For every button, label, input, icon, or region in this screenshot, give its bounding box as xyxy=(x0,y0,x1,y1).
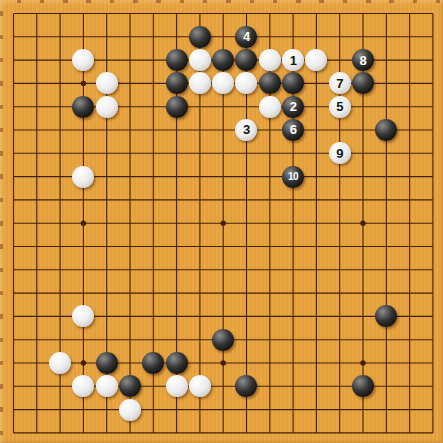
black-stone xyxy=(375,305,397,327)
top-edge-mark xyxy=(110,0,115,3)
move-3-stone-white: 3 xyxy=(235,119,257,141)
white-stone xyxy=(259,96,281,118)
top-edge-mark xyxy=(86,0,91,3)
move-number-label: 4 xyxy=(243,30,250,43)
go-board[interactable]: 41872536910 xyxy=(0,0,443,443)
white-stone xyxy=(305,49,327,71)
white-stone xyxy=(72,49,94,71)
top-edge-mark xyxy=(203,0,208,3)
left-edge-mark xyxy=(0,58,3,63)
top-edge-mark xyxy=(17,0,22,3)
black-stone xyxy=(259,72,281,94)
black-stone xyxy=(166,72,188,94)
top-edge-mark xyxy=(133,0,138,3)
top-edge-mark xyxy=(273,0,278,3)
left-edge-mark xyxy=(0,198,3,203)
left-edge-mark xyxy=(0,431,3,436)
black-stone xyxy=(72,96,94,118)
black-stone xyxy=(142,352,164,374)
left-edge-mark xyxy=(0,384,3,389)
move-number-label: 5 xyxy=(336,100,343,113)
left-edge-mark xyxy=(0,407,3,412)
white-stone xyxy=(189,375,211,397)
top-edge-mark xyxy=(413,0,418,3)
white-stone xyxy=(72,375,94,397)
top-edge-mark xyxy=(226,0,231,3)
top-edge-mark xyxy=(319,0,324,3)
white-stone xyxy=(96,72,118,94)
left-edge-mark xyxy=(0,81,3,86)
white-stone xyxy=(49,352,71,374)
move-number-label: 7 xyxy=(336,77,343,90)
top-edge-mark xyxy=(436,0,441,3)
black-stone xyxy=(96,352,118,374)
left-edge-mark xyxy=(0,221,3,226)
black-stone xyxy=(235,375,257,397)
white-stone xyxy=(96,375,118,397)
top-edge-mark xyxy=(63,0,68,3)
move-6-stone-black: 6 xyxy=(282,119,304,141)
left-edge-mark xyxy=(0,314,3,319)
move-number-label: 10 xyxy=(288,172,298,182)
white-stone xyxy=(189,72,211,94)
top-edge-mark xyxy=(389,0,394,3)
white-stone xyxy=(72,305,94,327)
white-stone xyxy=(119,399,141,421)
left-edge-mark xyxy=(0,174,3,179)
white-stone xyxy=(259,49,281,71)
left-edge-mark xyxy=(0,128,3,133)
move-4-stone-black: 4 xyxy=(235,26,257,48)
left-edge-mark xyxy=(0,268,3,273)
left-edge-mark xyxy=(0,244,3,249)
white-stone xyxy=(166,375,188,397)
move-2-stone-black: 2 xyxy=(282,96,304,118)
black-stone xyxy=(166,352,188,374)
move-number-label: 8 xyxy=(360,54,367,67)
black-stone xyxy=(352,72,374,94)
white-stone xyxy=(235,72,257,94)
left-edge-mark xyxy=(0,11,3,16)
move-number-label: 2 xyxy=(290,100,297,113)
move-number-label: 1 xyxy=(290,54,297,67)
black-stone xyxy=(166,96,188,118)
white-stone xyxy=(72,166,94,188)
move-1-stone-white: 1 xyxy=(282,49,304,71)
move-8-stone-black: 8 xyxy=(352,49,374,71)
left-edge-mark xyxy=(0,105,3,110)
black-stone xyxy=(375,119,397,141)
black-stone xyxy=(119,375,141,397)
top-edge-mark xyxy=(180,0,185,3)
left-edge-mark xyxy=(0,151,3,156)
top-edge-mark xyxy=(296,0,301,3)
white-stone xyxy=(189,49,211,71)
top-edge-mark xyxy=(156,0,161,3)
left-edge-mark xyxy=(0,338,3,343)
top-edge-mark xyxy=(40,0,45,3)
black-stone xyxy=(212,49,234,71)
left-edge-mark xyxy=(0,361,3,366)
stones-layer: 41872536910 xyxy=(2,2,443,443)
move-5-stone-white: 5 xyxy=(329,96,351,118)
move-10-stone-black: 10 xyxy=(282,166,304,188)
move-number-label: 6 xyxy=(290,123,297,136)
black-stone xyxy=(352,375,374,397)
move-7-stone-white: 7 xyxy=(329,72,351,94)
white-stone xyxy=(212,72,234,94)
black-stone xyxy=(166,49,188,71)
black-stone xyxy=(282,72,304,94)
move-number-label: 9 xyxy=(336,147,343,160)
white-stone xyxy=(96,96,118,118)
move-number-label: 3 xyxy=(243,123,250,136)
left-edge-mark xyxy=(0,35,3,40)
top-edge-mark xyxy=(366,0,371,3)
top-edge-mark xyxy=(250,0,255,3)
black-stone xyxy=(212,329,234,351)
move-9-stone-white: 9 xyxy=(329,142,351,164)
left-edge-mark xyxy=(0,291,3,296)
black-stone xyxy=(235,49,257,71)
top-edge-mark xyxy=(343,0,348,3)
black-stone xyxy=(189,26,211,48)
